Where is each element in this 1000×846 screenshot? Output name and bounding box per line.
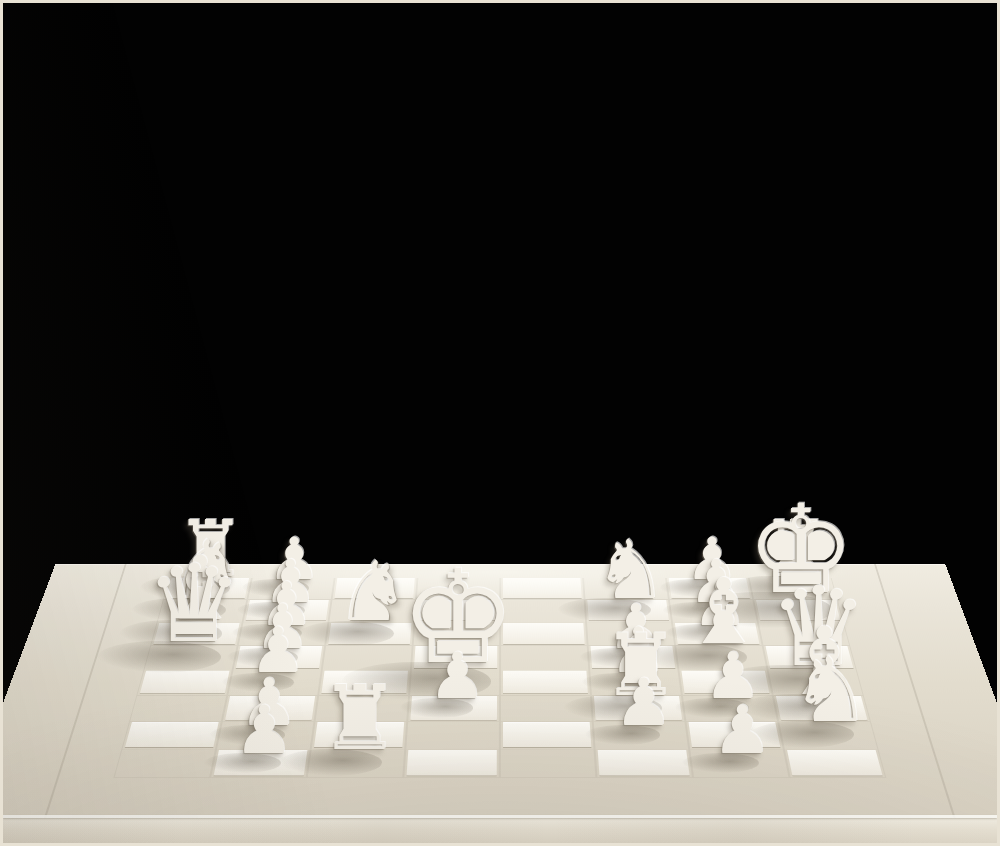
piece-white-knight[interactable]: ♞ [336, 551, 410, 634]
photo-frame: ♞♝♛♚♜♟♟♝♟♟♟♟♜♟♟♞♟♚♜♞♟♟♟♟♟♟♟♛♝♞♜ [0, 0, 1000, 846]
piece-black-pawn[interactable]: ♟ [712, 697, 772, 764]
piece-white-queen[interactable]: ♛ [146, 550, 242, 658]
piece-white-rook[interactable]: ♜ [320, 674, 400, 763]
scene: ♞♝♛♚♜♟♟♝♟♟♟♟♜♟♟♞♟♚♜♞♟♟♟♟♟♟♟♛♝♞♜ [3, 3, 997, 843]
pieces-layer: ♞♝♛♚♜♟♟♝♟♟♟♟♜♟♟♞♟♚♜♞♟♟♟♟♟♟♟♛♝♞♜ [3, 3, 997, 843]
piece-white-pawn[interactable]: ♟ [234, 697, 294, 764]
table-front-edge [3, 818, 997, 843]
piece-white-pawn[interactable]: ♟ [428, 645, 485, 709]
piece-black-pawn[interactable]: ♟ [614, 670, 672, 735]
piece-black-knight[interactable]: ♞ [791, 646, 871, 736]
